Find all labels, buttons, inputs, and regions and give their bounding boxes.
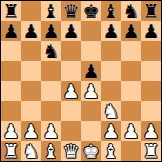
black-pawn[interactable]: ♟ bbox=[42, 21, 59, 41]
square-h1[interactable]: ♜ bbox=[141, 141, 161, 161]
square-a1[interactable]: ♜ bbox=[1, 141, 21, 161]
square-f3[interactable]: ♞ bbox=[101, 101, 121, 121]
square-c7[interactable]: ♟ bbox=[41, 21, 61, 41]
square-b7[interactable]: ♟ bbox=[21, 21, 41, 41]
black-pawn[interactable]: ♟ bbox=[82, 61, 99, 81]
square-b3[interactable] bbox=[21, 101, 41, 121]
white-knight[interactable]: ♞ bbox=[102, 101, 119, 121]
square-f4[interactable] bbox=[101, 81, 121, 101]
square-e6[interactable] bbox=[81, 41, 101, 61]
square-h6[interactable] bbox=[141, 41, 161, 61]
square-g1[interactable] bbox=[121, 141, 141, 161]
white-pawn[interactable]: ♟ bbox=[102, 121, 119, 141]
white-bishop[interactable]: ♝ bbox=[42, 141, 59, 161]
square-b4[interactable] bbox=[21, 81, 41, 101]
square-d2[interactable] bbox=[61, 121, 81, 141]
white-pawn[interactable]: ♟ bbox=[82, 81, 99, 101]
square-d1[interactable]: ♛ bbox=[61, 141, 81, 161]
square-f7[interactable]: ♟ bbox=[101, 21, 121, 41]
square-c1[interactable]: ♝ bbox=[41, 141, 61, 161]
square-a8[interactable]: ♜ bbox=[1, 1, 21, 21]
square-f2[interactable]: ♟ bbox=[101, 121, 121, 141]
square-g5[interactable] bbox=[121, 61, 141, 81]
black-knight[interactable]: ♞ bbox=[122, 1, 139, 21]
chess-board: ♜♝♛♚♝♞♜♟♟♟♟♟♟♟♞♟♟♟♞♟♟♟♟♟♟♜♞♝♛♚♝♜ bbox=[1, 1, 161, 161]
black-rook[interactable]: ♜ bbox=[2, 1, 19, 21]
black-bishop[interactable]: ♝ bbox=[42, 1, 59, 21]
square-h2[interactable]: ♟ bbox=[141, 121, 161, 141]
square-f6[interactable] bbox=[101, 41, 121, 61]
black-pawn[interactable]: ♟ bbox=[142, 21, 159, 41]
white-pawn[interactable]: ♟ bbox=[122, 121, 139, 141]
white-pawn[interactable]: ♟ bbox=[22, 121, 39, 141]
square-a3[interactable] bbox=[1, 101, 21, 121]
square-h4[interactable] bbox=[141, 81, 161, 101]
square-a6[interactable] bbox=[1, 41, 21, 61]
white-pawn[interactable]: ♟ bbox=[2, 121, 19, 141]
square-e4[interactable]: ♟ bbox=[81, 81, 101, 101]
black-pawn[interactable]: ♟ bbox=[2, 21, 19, 41]
white-queen[interactable]: ♛ bbox=[62, 141, 79, 161]
square-c4[interactable] bbox=[41, 81, 61, 101]
square-g4[interactable] bbox=[121, 81, 141, 101]
square-h3[interactable] bbox=[141, 101, 161, 121]
white-knight[interactable]: ♞ bbox=[22, 141, 39, 161]
black-pawn[interactable]: ♟ bbox=[22, 21, 39, 41]
square-d3[interactable] bbox=[61, 101, 81, 121]
square-a5[interactable] bbox=[1, 61, 21, 81]
square-g3[interactable] bbox=[121, 101, 141, 121]
square-c2[interactable]: ♟ bbox=[41, 121, 61, 141]
square-f8[interactable]: ♝ bbox=[101, 1, 121, 21]
black-bishop[interactable]: ♝ bbox=[102, 1, 119, 21]
black-king[interactable]: ♚ bbox=[82, 1, 99, 21]
square-b6[interactable] bbox=[21, 41, 41, 61]
black-knight[interactable]: ♞ bbox=[42, 41, 59, 61]
square-d4[interactable]: ♟ bbox=[61, 81, 81, 101]
white-pawn[interactable]: ♟ bbox=[42, 121, 59, 141]
square-e3[interactable] bbox=[81, 101, 101, 121]
square-g8[interactable]: ♞ bbox=[121, 1, 141, 21]
white-pawn[interactable]: ♟ bbox=[62, 81, 79, 101]
black-pawn[interactable]: ♟ bbox=[102, 21, 119, 41]
square-g7[interactable]: ♟ bbox=[121, 21, 141, 41]
black-rook[interactable]: ♜ bbox=[142, 1, 159, 21]
square-e1[interactable]: ♚ bbox=[81, 141, 101, 161]
square-d8[interactable]: ♛ bbox=[61, 1, 81, 21]
square-c8[interactable]: ♝ bbox=[41, 1, 61, 21]
square-d6[interactable] bbox=[61, 41, 81, 61]
square-f1[interactable]: ♝ bbox=[101, 141, 121, 161]
square-g6[interactable] bbox=[121, 41, 141, 61]
black-pawn[interactable]: ♟ bbox=[62, 21, 79, 41]
square-a2[interactable]: ♟ bbox=[1, 121, 21, 141]
square-e5[interactable]: ♟ bbox=[81, 61, 101, 81]
square-f5[interactable] bbox=[101, 61, 121, 81]
chess-board-frame: ♜♝♛♚♝♞♜♟♟♟♟♟♟♟♞♟♟♟♞♟♟♟♟♟♟♜♞♝♛♚♝♜ bbox=[0, 0, 162, 162]
square-b5[interactable] bbox=[21, 61, 41, 81]
square-b2[interactable]: ♟ bbox=[21, 121, 41, 141]
square-d5[interactable] bbox=[61, 61, 81, 81]
white-rook[interactable]: ♜ bbox=[142, 141, 159, 161]
white-pawn[interactable]: ♟ bbox=[142, 121, 159, 141]
square-c3[interactable] bbox=[41, 101, 61, 121]
square-e2[interactable] bbox=[81, 121, 101, 141]
square-b8[interactable] bbox=[21, 1, 41, 21]
square-h7[interactable]: ♟ bbox=[141, 21, 161, 41]
white-rook[interactable]: ♜ bbox=[2, 141, 19, 161]
white-king[interactable]: ♚ bbox=[82, 141, 99, 161]
square-c6[interactable]: ♞ bbox=[41, 41, 61, 61]
square-a7[interactable]: ♟ bbox=[1, 21, 21, 41]
square-d7[interactable]: ♟ bbox=[61, 21, 81, 41]
black-queen[interactable]: ♛ bbox=[62, 1, 79, 21]
white-bishop[interactable]: ♝ bbox=[102, 141, 119, 161]
square-a4[interactable] bbox=[1, 81, 21, 101]
square-h5[interactable] bbox=[141, 61, 161, 81]
square-b1[interactable]: ♞ bbox=[21, 141, 41, 161]
square-h8[interactable]: ♜ bbox=[141, 1, 161, 21]
square-e7[interactable] bbox=[81, 21, 101, 41]
square-g2[interactable]: ♟ bbox=[121, 121, 141, 141]
square-e8[interactable]: ♚ bbox=[81, 1, 101, 21]
square-c5[interactable] bbox=[41, 61, 61, 81]
black-pawn[interactable]: ♟ bbox=[122, 21, 139, 41]
